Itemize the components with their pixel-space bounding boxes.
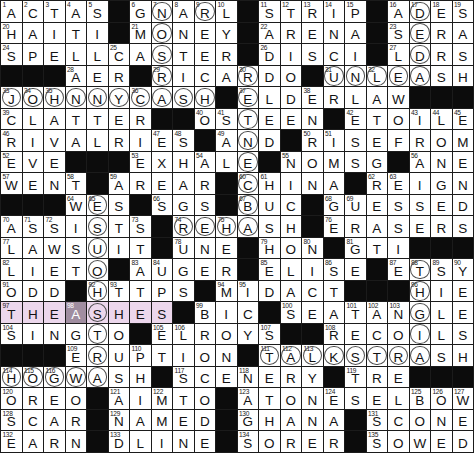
cell-r16c16[interactable]: 108R bbox=[324, 324, 345, 345]
cell-r4c18[interactable]: 32L bbox=[367, 66, 388, 87]
cell-r1c5[interactable]: 5S bbox=[87, 1, 108, 22]
cell-r4c8[interactable]: 29R bbox=[152, 66, 173, 87]
cell-r17c16[interactable]: K bbox=[324, 345, 345, 366]
cell-r17c6[interactable]: U bbox=[109, 345, 130, 366]
cell-r6c17[interactable]: 42E bbox=[345, 109, 366, 130]
cell-r16c21[interactable]: L bbox=[431, 324, 452, 345]
cell-r6c4[interactable]: T bbox=[66, 109, 87, 130]
cell-r13c11[interactable]: R bbox=[216, 259, 237, 280]
cell-r13c20[interactable]: 88T bbox=[410, 259, 431, 280]
cell-r19c8[interactable]: 122M bbox=[152, 388, 173, 409]
cell-r19c19[interactable]: L bbox=[388, 388, 409, 409]
cell-r18c7[interactable]: H bbox=[130, 367, 151, 388]
cell-r16c4[interactable]: G bbox=[66, 324, 87, 345]
cell-r5c14[interactable]: D bbox=[281, 87, 302, 108]
cell-r7c4[interactable]: A bbox=[66, 130, 87, 151]
cell-r12c17[interactable]: 81G bbox=[345, 238, 366, 259]
cell-r5c1[interactable]: 33J bbox=[1, 87, 22, 108]
cell-r6c15[interactable]: N bbox=[302, 109, 323, 130]
cell-r10c12[interactable]: 67B bbox=[238, 195, 259, 216]
cell-r7c16[interactable]: 51I bbox=[324, 130, 345, 151]
cell-r11c2[interactable]: 71S bbox=[23, 216, 44, 237]
cell-r6c2[interactable]: L bbox=[23, 109, 44, 130]
cell-r8c15[interactable]: O bbox=[302, 152, 323, 173]
cell-r10c19[interactable]: S bbox=[388, 195, 409, 216]
cell-r15c8[interactable]: S bbox=[152, 302, 173, 323]
cell-r7c7[interactable]: I bbox=[130, 130, 151, 151]
cell-r7c9[interactable]: 48S bbox=[173, 130, 194, 151]
cell-r20c20[interactable]: O bbox=[410, 410, 431, 431]
cell-r8c16[interactable]: M bbox=[324, 152, 345, 173]
cell-r6c13[interactable]: E bbox=[259, 109, 280, 130]
cell-r12c6[interactable]: I bbox=[109, 238, 130, 259]
cell-r17c14[interactable]: 112A bbox=[281, 345, 302, 366]
cell-r18c14[interactable]: R bbox=[281, 367, 302, 388]
cell-r16c17[interactable]: E bbox=[345, 324, 366, 345]
cell-r4c11[interactable]: A bbox=[216, 66, 237, 87]
cell-r9c4[interactable]: 58T bbox=[66, 173, 87, 194]
cell-r9c8[interactable]: E bbox=[152, 173, 173, 194]
cell-r10c6[interactable]: S bbox=[109, 195, 130, 216]
cell-r11c10[interactable]: E bbox=[195, 216, 216, 237]
cell-r7c2[interactable]: I bbox=[23, 130, 44, 151]
cell-r12c13[interactable]: 79H bbox=[259, 238, 280, 259]
cell-r8c11[interactable]: L bbox=[216, 152, 237, 173]
cell-r11c11[interactable]: 75H bbox=[216, 216, 237, 237]
cell-r12c18[interactable]: T bbox=[367, 238, 388, 259]
cell-r19c6[interactable]: 121A bbox=[109, 388, 130, 409]
cell-r6c6[interactable]: E bbox=[109, 109, 130, 130]
cell-r15c6[interactable]: H bbox=[109, 302, 130, 323]
cell-r4c19[interactable]: E bbox=[388, 66, 409, 87]
cell-r14c20[interactable]: 96H bbox=[410, 281, 431, 302]
cell-r7c17[interactable]: S bbox=[345, 130, 366, 151]
cell-r5c19[interactable]: W bbox=[388, 87, 409, 108]
cell-r14c12[interactable]: 95I bbox=[238, 281, 259, 302]
cell-r15c16[interactable]: A bbox=[324, 302, 345, 323]
cell-r2c7[interactable]: 21M bbox=[130, 23, 151, 44]
cell-r9c1[interactable]: 57W bbox=[1, 173, 22, 194]
cell-r4c9[interactable]: I bbox=[173, 66, 194, 87]
cell-r20c21[interactable]: N bbox=[431, 410, 452, 431]
cell-r8c3[interactable]: E bbox=[44, 152, 65, 173]
cell-r14c7[interactable]: T bbox=[130, 281, 151, 302]
cell-r13c14[interactable]: L bbox=[281, 259, 302, 280]
cell-r8c8[interactable]: X bbox=[152, 152, 173, 173]
cell-r19c4[interactable]: O bbox=[66, 388, 87, 409]
cell-r6c5[interactable]: T bbox=[87, 109, 108, 130]
cell-r6c11[interactable]: 41S bbox=[216, 109, 237, 130]
cell-r15c3[interactable]: E bbox=[44, 302, 65, 323]
cell-r14c16[interactable]: T bbox=[324, 281, 345, 302]
cell-r7c21[interactable]: O bbox=[431, 130, 452, 151]
cell-r17c8[interactable]: T bbox=[152, 345, 173, 366]
cell-r18c11[interactable]: E bbox=[216, 367, 237, 388]
cell-r10c13[interactable]: U bbox=[259, 195, 280, 216]
cell-r3c19[interactable]: 27L bbox=[388, 44, 409, 65]
cell-r7c19[interactable]: F bbox=[388, 130, 409, 151]
cell-r4c14[interactable]: O bbox=[281, 66, 302, 87]
cell-r12c2[interactable]: A bbox=[23, 238, 44, 259]
cell-r3c8[interactable]: S bbox=[152, 44, 173, 65]
cell-r4c13[interactable]: D bbox=[259, 66, 280, 87]
cell-r20c15[interactable]: N bbox=[302, 410, 323, 431]
cell-r15c11[interactable]: I bbox=[216, 302, 237, 323]
cell-r12c7[interactable]: T bbox=[130, 238, 151, 259]
cell-r16c11[interactable]: O bbox=[216, 324, 237, 345]
cell-r15c5[interactable]: S bbox=[87, 302, 108, 323]
cell-r15c17[interactable]: 101T bbox=[345, 302, 366, 323]
cell-r15c18[interactable]: 102A bbox=[367, 302, 388, 323]
cell-r19c21[interactable]: 126O bbox=[431, 388, 452, 409]
cell-r2c13[interactable]: 22A bbox=[259, 23, 280, 44]
cell-r15c2[interactable]: H bbox=[23, 302, 44, 323]
cell-r3c20[interactable]: D bbox=[410, 44, 431, 65]
cell-r9c12[interactable]: 60C bbox=[238, 173, 259, 194]
cell-r21c18[interactable]: 135S bbox=[367, 431, 388, 452]
cell-r19c1[interactable]: 120O bbox=[1, 388, 22, 409]
cell-r3c11[interactable]: R bbox=[216, 44, 237, 65]
cell-r16c18[interactable]: C bbox=[367, 324, 388, 345]
cell-r19c7[interactable]: I bbox=[130, 388, 151, 409]
cell-r13c16[interactable]: 86S bbox=[324, 259, 345, 280]
cell-r17c11[interactable]: N bbox=[216, 345, 237, 366]
cell-r17c15[interactable]: 113L bbox=[302, 345, 323, 366]
cell-r9c16[interactable]: A bbox=[324, 173, 345, 194]
cell-r13c8[interactable]: 84U bbox=[152, 259, 173, 280]
cell-r4c5[interactable]: E bbox=[87, 66, 108, 87]
cell-r13c1[interactable]: 82L bbox=[1, 259, 22, 280]
cell-r12c9[interactable]: 78U bbox=[173, 238, 194, 259]
cell-r2c20[interactable]: E bbox=[410, 23, 431, 44]
cell-r15c15[interactable]: E bbox=[302, 302, 323, 323]
cell-r11c18[interactable]: A bbox=[367, 216, 388, 237]
cell-r5c13[interactable]: L bbox=[259, 87, 280, 108]
cell-r13c5[interactable]: O bbox=[87, 259, 108, 280]
cell-r6c14[interactable]: E bbox=[281, 109, 302, 130]
cell-r2c19[interactable]: 23S bbox=[388, 23, 409, 44]
cell-r8c14[interactable]: 55N bbox=[281, 152, 302, 173]
cell-r3c21[interactable]: R bbox=[431, 44, 452, 65]
cell-r17c4[interactable]: 109E bbox=[66, 345, 87, 366]
cell-r9c2[interactable]: E bbox=[23, 173, 44, 194]
cell-r21c14[interactable]: R bbox=[281, 431, 302, 452]
cell-r17c5[interactable]: R bbox=[87, 345, 108, 366]
cell-r21c3[interactable]: R bbox=[44, 431, 65, 452]
cell-r15c14[interactable]: 100S bbox=[281, 302, 302, 323]
cell-r11c3[interactable]: 72S bbox=[44, 216, 65, 237]
cell-r14c1[interactable]: 91O bbox=[1, 281, 22, 302]
cell-r15c1[interactable]: 97T bbox=[1, 302, 22, 323]
cell-r14c11[interactable]: 94M bbox=[216, 281, 237, 302]
cell-r17c9[interactable]: I bbox=[173, 345, 194, 366]
cell-r21c12[interactable]: 134S bbox=[238, 431, 259, 452]
cell-r2c17[interactable]: A bbox=[345, 23, 366, 44]
cell-r6c19[interactable]: O bbox=[388, 109, 409, 130]
cell-r18c13[interactable]: E bbox=[259, 367, 280, 388]
cell-r16c9[interactable]: 106L bbox=[173, 324, 194, 345]
cell-r1c3[interactable]: 3T bbox=[44, 1, 65, 22]
cell-r12c14[interactable]: O bbox=[281, 238, 302, 259]
cell-r8c10[interactable]: 54A bbox=[195, 152, 216, 173]
cell-r7c1[interactable]: 46R bbox=[1, 130, 22, 151]
cell-r17c19[interactable]: R bbox=[388, 345, 409, 366]
cell-r4c20[interactable]: A bbox=[410, 66, 431, 87]
cell-r2c16[interactable]: N bbox=[324, 23, 345, 44]
cell-r15c4[interactable]: 98A bbox=[66, 302, 87, 323]
cell-r6c22[interactable]: 45E bbox=[453, 109, 474, 130]
cell-r13c13[interactable]: 85E bbox=[259, 259, 280, 280]
cell-r11c1[interactable]: 70A bbox=[1, 216, 22, 237]
cell-r1c19[interactable]: 16A bbox=[388, 1, 409, 22]
cell-r1c17[interactable]: 15P bbox=[345, 1, 366, 22]
cell-r19c17[interactable]: S bbox=[345, 388, 366, 409]
cell-r3c9[interactable]: T bbox=[173, 44, 194, 65]
cell-r9c6[interactable]: 59A bbox=[109, 173, 130, 194]
cell-r14c22[interactable]: E bbox=[453, 281, 474, 302]
cell-r5c15[interactable]: 38E bbox=[302, 87, 323, 108]
cell-r18c19[interactable]: E bbox=[388, 367, 409, 388]
cell-r12c10[interactable]: N bbox=[195, 238, 216, 259]
cell-r17c22[interactable]: H bbox=[453, 345, 474, 366]
cell-r11c7[interactable]: 73S bbox=[130, 216, 151, 237]
cell-r7c12[interactable]: N bbox=[238, 130, 259, 151]
cell-r1c11[interactable]: 10L bbox=[216, 1, 237, 22]
cell-r14c14[interactable]: A bbox=[281, 281, 302, 302]
cell-r10c16[interactable]: 68G bbox=[324, 195, 345, 216]
cell-r5c8[interactable]: A bbox=[152, 87, 173, 108]
cell-r8c22[interactable]: E bbox=[453, 152, 474, 173]
cell-r11c6[interactable]: T bbox=[109, 216, 130, 237]
cell-r9c20[interactable]: I bbox=[410, 173, 431, 194]
cell-r11c21[interactable]: R bbox=[431, 216, 452, 237]
cell-r4c21[interactable]: S bbox=[431, 66, 452, 87]
cell-r8c7[interactable]: 53E bbox=[130, 152, 151, 173]
cell-r3c22[interactable]: S bbox=[453, 44, 474, 65]
cell-r4c6[interactable]: R bbox=[109, 66, 130, 87]
cell-r2c11[interactable]: Y bbox=[216, 23, 237, 44]
cell-r8c18[interactable]: G bbox=[367, 152, 388, 173]
cell-r5c17[interactable]: L bbox=[345, 87, 366, 108]
cell-r11c22[interactable]: S bbox=[453, 216, 474, 237]
cell-r17c10[interactable]: O bbox=[195, 345, 216, 366]
cell-r10c9[interactable]: G bbox=[173, 195, 194, 216]
cell-r18c9[interactable]: 117S bbox=[173, 367, 194, 388]
cell-r10c21[interactable]: E bbox=[431, 195, 452, 216]
cell-r13c10[interactable]: E bbox=[195, 259, 216, 280]
cell-r17c18[interactable]: T bbox=[367, 345, 388, 366]
cell-r7c8[interactable]: 47E bbox=[152, 130, 173, 151]
cell-r5c6[interactable]: Y bbox=[109, 87, 130, 108]
cell-r19c14[interactable]: O bbox=[281, 388, 302, 409]
cell-r2c5[interactable]: I bbox=[87, 23, 108, 44]
cell-r16c20[interactable]: I bbox=[410, 324, 431, 345]
cell-r14c8[interactable]: P bbox=[152, 281, 173, 302]
cell-r9c15[interactable]: N bbox=[302, 173, 323, 194]
cell-r1c20[interactable]: 17D bbox=[410, 1, 431, 22]
cell-r15c10[interactable]: 99B bbox=[195, 302, 216, 323]
cell-r6c20[interactable]: 43I bbox=[410, 109, 431, 130]
cell-r19c3[interactable]: E bbox=[44, 388, 65, 409]
cell-r1c8[interactable]: 7N bbox=[152, 1, 173, 22]
cell-r12c11[interactable]: E bbox=[216, 238, 237, 259]
cell-r14c9[interactable]: S bbox=[173, 281, 194, 302]
cell-r10c8[interactable]: 66S bbox=[152, 195, 173, 216]
cell-r17c13[interactable]: 111T bbox=[259, 345, 280, 366]
cell-r7c18[interactable]: E bbox=[367, 130, 388, 151]
cell-r9c10[interactable]: R bbox=[195, 173, 216, 194]
cell-r14c2[interactable]: D bbox=[23, 281, 44, 302]
cell-r8c1[interactable]: 52E bbox=[1, 152, 22, 173]
cell-r11c20[interactable]: E bbox=[410, 216, 431, 237]
cell-r21c2[interactable]: A bbox=[23, 431, 44, 452]
cell-r10c18[interactable]: E bbox=[367, 195, 388, 216]
cell-r13c3[interactable]: E bbox=[44, 259, 65, 280]
cell-r9c3[interactable]: N bbox=[44, 173, 65, 194]
cell-r19c18[interactable]: E bbox=[367, 388, 388, 409]
cell-r21c19[interactable]: O bbox=[388, 431, 409, 452]
cell-r6c10[interactable]: 40O bbox=[195, 109, 216, 130]
cell-r3c3[interactable]: E bbox=[44, 44, 65, 65]
cell-r19c9[interactable]: T bbox=[173, 388, 194, 409]
cell-r11c17[interactable]: R bbox=[345, 216, 366, 237]
cell-r20c22[interactable]: E bbox=[453, 410, 474, 431]
cell-r1c21[interactable]: 18E bbox=[431, 1, 452, 22]
cell-r7c5[interactable]: L bbox=[87, 130, 108, 151]
cell-r9c9[interactable]: A bbox=[173, 173, 194, 194]
cell-r13c17[interactable]: E bbox=[345, 259, 366, 280]
cell-r6c21[interactable]: 44L bbox=[431, 109, 452, 130]
cell-r4c17[interactable]: N bbox=[345, 66, 366, 87]
cell-r19c20[interactable]: 125B bbox=[410, 388, 431, 409]
cell-r21c21[interactable]: E bbox=[431, 431, 452, 452]
cell-r5c5[interactable]: N bbox=[87, 87, 108, 108]
cell-r20c7[interactable]: A bbox=[130, 410, 151, 431]
cell-r21c22[interactable]: D bbox=[453, 431, 474, 452]
cell-r2c8[interactable]: O bbox=[152, 23, 173, 44]
cell-r16c13[interactable]: 107S bbox=[259, 324, 280, 345]
cell-r5c18[interactable]: A bbox=[367, 87, 388, 108]
cell-r5c16[interactable]: R bbox=[324, 87, 345, 108]
cell-r10c5[interactable]: 65E bbox=[87, 195, 108, 216]
cell-r7c13[interactable]: D bbox=[259, 130, 280, 151]
cell-r5c4[interactable]: N bbox=[66, 87, 87, 108]
cell-r18c6[interactable]: S bbox=[109, 367, 130, 388]
cell-r19c12[interactable]: 123A bbox=[238, 388, 259, 409]
cell-r1c14[interactable]: 12T bbox=[281, 1, 302, 22]
cell-r6c12[interactable]: T bbox=[238, 109, 259, 130]
cell-r13c9[interactable]: G bbox=[173, 259, 194, 280]
cell-r5c2[interactable]: 34O bbox=[23, 87, 44, 108]
cell-r1c1[interactable]: 1A bbox=[1, 1, 22, 22]
cell-r13c15[interactable]: I bbox=[302, 259, 323, 280]
cell-r9c7[interactable]: R bbox=[130, 173, 151, 194]
cell-r1c22[interactable]: 19S bbox=[453, 1, 474, 22]
cell-r15c7[interactable]: E bbox=[130, 302, 151, 323]
cell-r17c20[interactable]: A bbox=[410, 345, 431, 366]
cell-r12c15[interactable]: 80N bbox=[302, 238, 323, 259]
cell-r8c17[interactable]: S bbox=[345, 152, 366, 173]
cell-r16c8[interactable]: 105E bbox=[152, 324, 173, 345]
cell-r9c18[interactable]: 62R bbox=[367, 173, 388, 194]
cell-r9c19[interactable]: 63E bbox=[388, 173, 409, 194]
cell-r2c1[interactable]: 20H bbox=[1, 23, 22, 44]
cell-r11c4[interactable]: I bbox=[66, 216, 87, 237]
cell-r18c1[interactable]: 114H bbox=[1, 367, 22, 388]
cell-r2c2[interactable]: A bbox=[23, 23, 44, 44]
cell-r16c3[interactable]: N bbox=[44, 324, 65, 345]
cell-r18c18[interactable]: R bbox=[367, 367, 388, 388]
cell-r4c12[interactable]: 30R bbox=[238, 66, 259, 87]
cell-r14c3[interactable]: D bbox=[44, 281, 65, 302]
cell-r17c21[interactable]: S bbox=[431, 345, 452, 366]
cell-r21c6[interactable]: 133D bbox=[109, 431, 130, 452]
cell-r12c1[interactable]: 77L bbox=[1, 238, 22, 259]
cell-r7c11[interactable]: 49A bbox=[216, 130, 237, 151]
cell-r13c7[interactable]: 83A bbox=[130, 259, 151, 280]
cell-r4c16[interactable]: 31U bbox=[324, 66, 345, 87]
cell-r15c22[interactable]: E bbox=[453, 302, 474, 323]
cell-r10c14[interactable]: C bbox=[281, 195, 302, 216]
cell-r21c10[interactable]: E bbox=[195, 431, 216, 452]
cell-r14c15[interactable]: C bbox=[302, 281, 323, 302]
cell-r14c6[interactable]: 93T bbox=[109, 281, 130, 302]
cell-r3c16[interactable]: C bbox=[324, 44, 345, 65]
cell-r16c10[interactable]: R bbox=[195, 324, 216, 345]
cell-r3c14[interactable]: I bbox=[281, 44, 302, 65]
cell-r12c3[interactable]: W bbox=[44, 238, 65, 259]
cell-r7c20[interactable]: R bbox=[410, 130, 431, 151]
cell-r21c9[interactable]: N bbox=[173, 431, 194, 452]
cell-r21c16[interactable]: R bbox=[324, 431, 345, 452]
cell-r3c6[interactable]: 25C bbox=[109, 44, 130, 65]
cell-r2c10[interactable]: E bbox=[195, 23, 216, 44]
cell-r3c13[interactable]: 26D bbox=[259, 44, 280, 65]
cell-r1c4[interactable]: 4A bbox=[66, 1, 87, 22]
cell-r21c8[interactable]: I bbox=[152, 431, 173, 452]
cell-r18c17[interactable]: 119T bbox=[345, 367, 366, 388]
cell-r3c7[interactable]: A bbox=[130, 44, 151, 65]
cell-r16c5[interactable]: T bbox=[87, 324, 108, 345]
cell-r11c12[interactable]: A bbox=[238, 216, 259, 237]
cell-r8c20[interactable]: 56A bbox=[410, 152, 431, 173]
cell-r15c12[interactable]: C bbox=[238, 302, 259, 323]
cell-r7c15[interactable]: 50R bbox=[302, 130, 323, 151]
cell-r21c15[interactable]: E bbox=[302, 431, 323, 452]
cell-r13c2[interactable]: I bbox=[23, 259, 44, 280]
cell-r20c13[interactable]: H bbox=[259, 410, 280, 431]
cell-r11c14[interactable]: H bbox=[281, 216, 302, 237]
cell-r21c1[interactable]: 132E bbox=[1, 431, 22, 452]
cell-r18c3[interactable]: 116G bbox=[44, 367, 65, 388]
cell-r13c4[interactable]: T bbox=[66, 259, 87, 280]
cell-r21c20[interactable]: W bbox=[410, 431, 431, 452]
cell-r2c21[interactable]: R bbox=[431, 23, 452, 44]
cell-r11c13[interactable]: S bbox=[259, 216, 280, 237]
cell-r20c14[interactable]: A bbox=[281, 410, 302, 431]
cell-r11c5[interactable]: S bbox=[87, 216, 108, 237]
cell-r20c10[interactable]: D bbox=[195, 410, 216, 431]
cell-r1c13[interactable]: 11S bbox=[259, 1, 280, 22]
cell-r20c18[interactable]: 131S bbox=[367, 410, 388, 431]
cell-r8c12[interactable]: E bbox=[238, 152, 259, 173]
cell-r2c4[interactable]: T bbox=[66, 23, 87, 44]
cell-r1c7[interactable]: 6G bbox=[130, 1, 151, 22]
cell-r20c19[interactable]: C bbox=[388, 410, 409, 431]
cell-r17c7[interactable]: 110P bbox=[130, 345, 151, 366]
cell-r21c4[interactable]: N bbox=[66, 431, 87, 452]
cell-r9c21[interactable]: G bbox=[431, 173, 452, 194]
